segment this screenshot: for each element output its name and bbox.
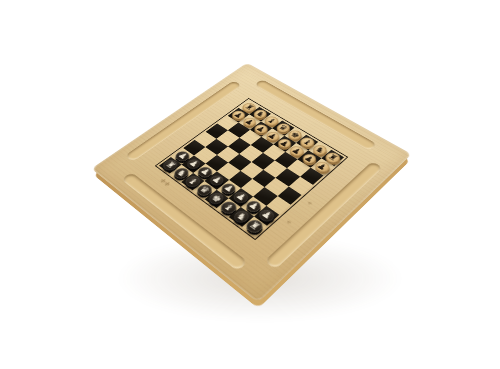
square-f5	[252, 169, 276, 187]
square-g4	[276, 168, 300, 186]
pawn-glyph: ♟	[246, 200, 260, 211]
pawn-glyph: ♟	[243, 117, 256, 126]
board-tilt-wrapper: ✣✣ ✧ ✧ ♜♞♝♛♚♝♞♜♟♟♟♟♟♟♟♟♟♟♟♟♟♟♟♟♜♞♝♛♚♝♞♜	[0, 0, 500, 369]
black-bishop-disc: ♝	[183, 174, 202, 189]
rook-glyph: ♜	[326, 152, 339, 162]
piece-tray-slot-right-side	[264, 161, 383, 269]
black-rook-disc: ♜	[244, 217, 265, 234]
square-g3	[287, 159, 310, 176]
engraved-mark: ✧	[283, 218, 292, 225]
wood-grain	[91, 62, 412, 302]
square-d6	[216, 162, 239, 179]
knight-glyph: ♞	[313, 145, 326, 154]
square-c8: ♝	[181, 172, 205, 190]
pawn-glyph: ♟	[255, 124, 268, 133]
bishop-glyph: ♝	[222, 201, 236, 212]
queen-glyph: ♛	[277, 123, 290, 132]
black-pawn-disc: ♟	[243, 198, 263, 214]
square-g8: ♞	[228, 206, 253, 226]
pawn-glyph: ♟	[210, 174, 224, 184]
white-pawn-disc: ♟	[312, 159, 331, 173]
square-f4	[263, 160, 286, 177]
pawn-glyph: ♟	[278, 138, 291, 147]
square-f7: ♟	[228, 188, 252, 207]
bishop-glyph: ♝	[300, 137, 313, 146]
square-d8: ♛	[192, 180, 216, 198]
square-h5	[277, 186, 301, 205]
square-h2: ♟	[310, 158, 333, 175]
square-h6	[265, 195, 290, 214]
square-h3	[299, 167, 323, 185]
pawn-glyph: ♟	[222, 183, 236, 194]
black-bishop-disc: ♝	[218, 199, 238, 215]
square-h4	[288, 176, 312, 194]
square-h7: ♟	[253, 205, 278, 225]
knight-glyph: ♞	[175, 167, 189, 177]
pawn-glyph: ♟	[232, 110, 244, 118]
pawn-glyph: ♟	[266, 131, 279, 140]
square-e5	[240, 161, 263, 178]
knight-glyph: ♞	[234, 210, 248, 221]
square-e8: ♚	[204, 189, 228, 208]
square-h8: ♜	[241, 216, 266, 236]
rook-glyph: ♜	[243, 103, 255, 111]
black-pawn-disc: ♟	[230, 189, 250, 204]
king-glyph: ♚	[209, 192, 223, 203]
piece-tray-slot-black-side	[121, 172, 248, 271]
knight-glyph: ♞	[254, 109, 266, 117]
black-pawn-disc: ♟	[256, 207, 276, 223]
square-f6	[240, 178, 264, 196]
square-e6	[228, 170, 252, 188]
pawn-glyph: ♟	[234, 191, 248, 202]
black-king-disc: ♚	[206, 190, 226, 205]
board-surface: ✣✣ ✧ ✧ ♜♞♝♛♚♝♞♜♟♟♟♟♟♟♟♟♟♟♟♟♟♟♟♟♜♞♝♛♚♝♞♜	[91, 62, 412, 302]
black-knight-disc: ♞	[171, 166, 190, 180]
engraved-mark: ✧	[304, 199, 313, 206]
black-pawn-disc: ♟	[195, 165, 214, 179]
square-g6	[253, 187, 277, 206]
chess-board: ✣✣ ✧ ✧ ♜♞♝♛♚♝♞♜♟♟♟♟♟♟♟♟♟♟♟♟♟♟♟♟♜♞♝♛♚♝♞♜	[91, 62, 412, 302]
square-c7: ♟	[193, 163, 216, 180]
pawn-glyph: ♟	[259, 209, 273, 220]
square-e7: ♟	[216, 179, 240, 197]
pawn-glyph: ♟	[198, 166, 212, 176]
pawn-glyph: ♟	[315, 161, 328, 171]
pawn-glyph: ♟	[290, 146, 303, 155]
product-photo: ✣✣ ✧ ✧ ♜♞♝♛♚♝♞♜♟♟♟♟♟♟♟♟♟♟♟♟♟♟♟♟♜♞♝♛♚♝♞♜	[0, 0, 500, 369]
bishop-glyph: ♝	[186, 176, 200, 186]
square-g5	[264, 177, 288, 195]
engraved-maker-mark: ✣✣	[158, 178, 171, 188]
square-b8: ♞	[169, 164, 192, 181]
pawn-glyph: ♟	[302, 153, 315, 163]
square-d7: ♟	[204, 171, 228, 189]
pawn-glyph: ♟	[187, 158, 200, 168]
pawn-glyph: ♟	[176, 151, 189, 161]
queen-glyph: ♛	[197, 184, 211, 195]
square-g7: ♟	[241, 196, 266, 215]
square-f8: ♝	[216, 197, 241, 216]
bishop-glyph: ♝	[265, 116, 278, 125]
rook-glyph: ♜	[164, 160, 177, 170]
black-queen-disc: ♛	[194, 182, 214, 197]
black-rook-disc: ♜	[161, 158, 180, 172]
black-pawn-disc: ♟	[206, 173, 225, 187]
black-pawn-disc: ♟	[218, 181, 238, 196]
king-glyph: ♚	[288, 130, 301, 139]
black-knight-disc: ♞	[231, 208, 251, 224]
rook-glyph: ♜	[247, 219, 262, 231]
